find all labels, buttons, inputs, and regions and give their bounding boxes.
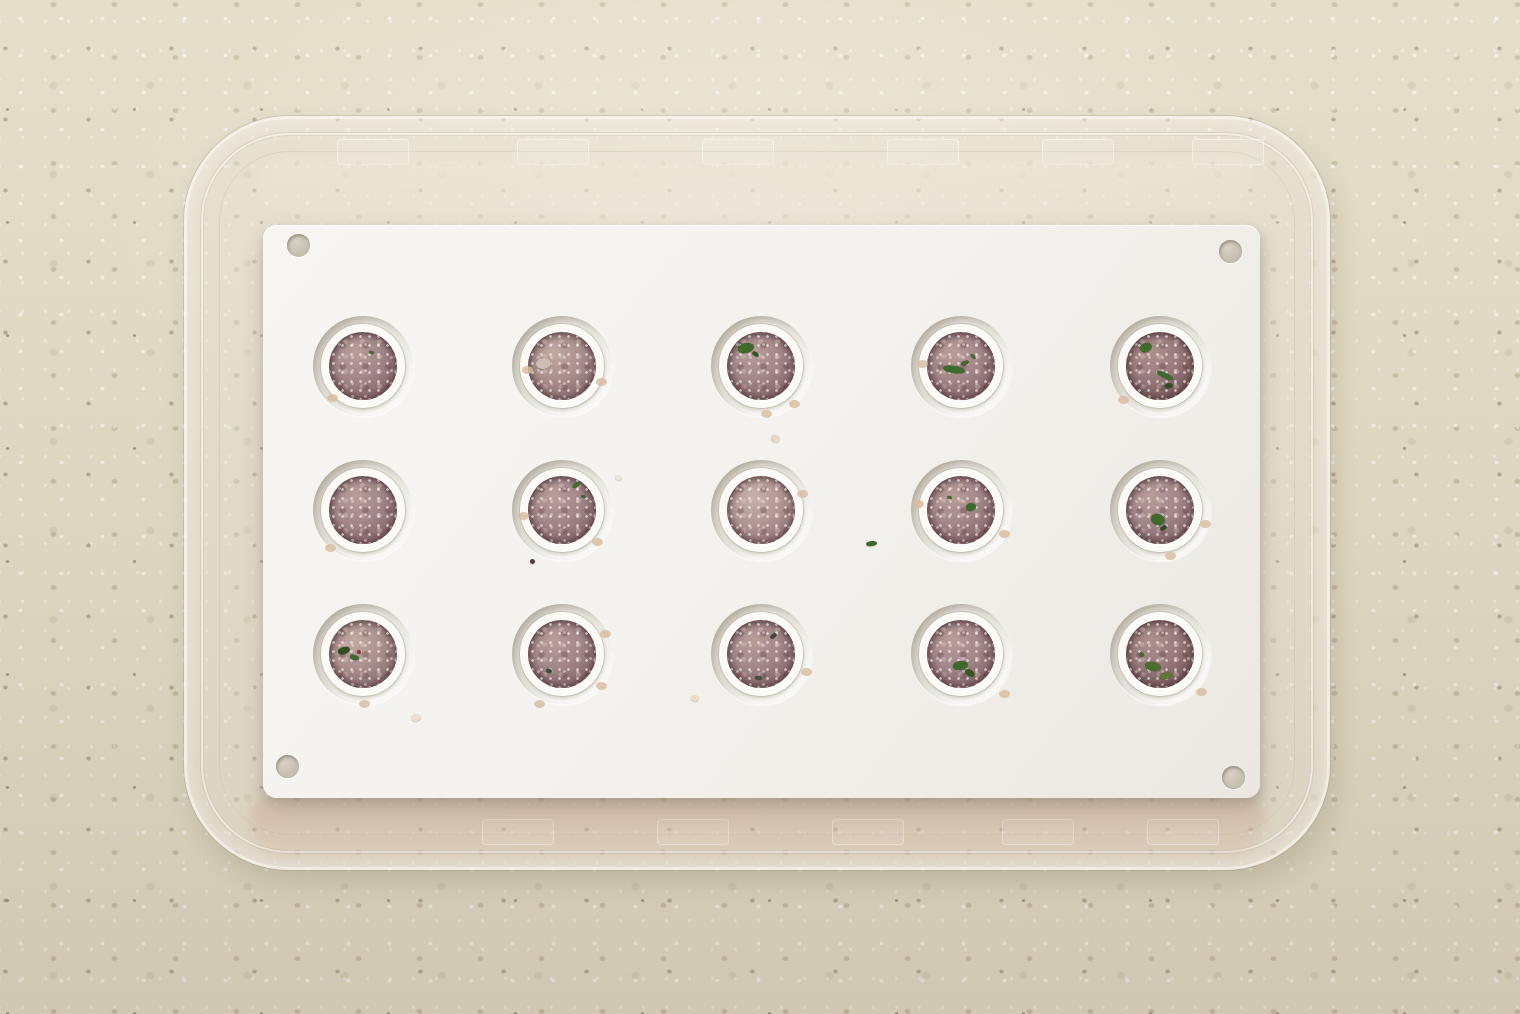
container-glare xyxy=(257,157,1257,219)
herb-fleck xyxy=(350,654,360,661)
cavity-rim-ring xyxy=(719,468,803,552)
silicone-mold-tray xyxy=(263,225,1260,798)
herb-fleck xyxy=(970,354,977,361)
cavity-rim-ring xyxy=(919,468,1003,552)
juice-smear xyxy=(913,500,924,508)
herb-fleck xyxy=(755,675,763,680)
mold-cavity-r3c2 xyxy=(462,582,661,726)
juice-smear xyxy=(359,700,370,708)
photo-stage xyxy=(0,0,1520,1014)
juice-smear xyxy=(999,690,1010,698)
herb-fleck xyxy=(535,357,552,370)
mold-cavity-r3c5 xyxy=(1061,582,1260,726)
juice-smear xyxy=(327,394,338,402)
mold-corner-hole-bottom-right xyxy=(1222,766,1245,789)
juice-smear xyxy=(999,530,1010,538)
cavity-recess xyxy=(512,604,612,704)
mold-corner-hole-top-left xyxy=(287,234,310,257)
herb-fleck xyxy=(1164,383,1173,390)
mold-cavity-r1c3 xyxy=(662,294,861,438)
cavity-recess xyxy=(911,604,1011,704)
mold-cavity-r1c2 xyxy=(462,294,661,438)
cavity-rim-ring xyxy=(919,324,1003,408)
cavity-recess xyxy=(711,316,811,416)
juice-smear xyxy=(534,700,545,708)
herb-fleck xyxy=(769,632,777,639)
mold-cavity-r2c4 xyxy=(861,438,1060,582)
herb-fleck xyxy=(1160,671,1173,680)
meat-portion xyxy=(727,620,795,688)
cavity-recess xyxy=(1110,604,1210,704)
cavity-recess xyxy=(512,460,612,560)
cavity-rim-ring xyxy=(1118,324,1202,408)
juice-smear xyxy=(596,378,607,386)
mold-corner-hole-top-right xyxy=(1219,240,1242,263)
mold-cavity-r3c4 xyxy=(861,582,1060,726)
juice-smear xyxy=(600,630,611,638)
juice-smear xyxy=(797,490,808,498)
meat-portion xyxy=(1126,620,1194,688)
meat-portion xyxy=(727,332,795,400)
cavity-recess xyxy=(711,460,811,560)
juice-smear xyxy=(917,360,928,368)
meat-portion xyxy=(528,476,596,544)
meat-portion xyxy=(329,620,397,688)
cavity-recess xyxy=(313,460,413,560)
mold-cavity-r3c1 xyxy=(263,582,462,726)
herb-fleck xyxy=(751,351,759,358)
mold-cavity-r1c1 xyxy=(263,294,462,438)
herb-fleck xyxy=(1160,525,1168,532)
meat-portion xyxy=(927,620,995,688)
herb-fleck xyxy=(357,650,361,654)
cavity-grid xyxy=(263,294,1260,726)
cavity-rim-ring xyxy=(1118,468,1202,552)
juice-smear xyxy=(789,400,800,408)
herb-fleck xyxy=(571,481,581,489)
cavity-recess xyxy=(1110,460,1210,560)
cavity-recess xyxy=(313,604,413,704)
juice-smear xyxy=(801,668,812,676)
herb-fleck xyxy=(965,502,977,513)
juice-smear xyxy=(325,544,336,552)
mold-cavity-r2c1 xyxy=(263,438,462,582)
herb-fleck xyxy=(943,365,966,375)
mold-cavity-r1c4 xyxy=(861,294,1060,438)
herb-fleck xyxy=(369,350,374,355)
cavity-recess xyxy=(911,460,1011,560)
juice-smear xyxy=(761,410,772,418)
meat-portion xyxy=(927,332,995,400)
herb-fleck xyxy=(1138,340,1153,354)
juice-smear xyxy=(592,538,603,546)
meat-portion xyxy=(329,476,397,544)
juice-smear xyxy=(1165,552,1176,560)
cavity-recess xyxy=(313,316,413,416)
herb-fleck xyxy=(964,668,976,678)
cavity-rim-ring xyxy=(520,324,604,408)
juice-smear xyxy=(1118,396,1129,404)
meat-portion xyxy=(528,620,596,688)
cavity-rim-ring xyxy=(321,468,405,552)
herb-fleck xyxy=(545,668,552,674)
surface-crumb xyxy=(615,475,622,480)
meat-portion xyxy=(528,332,596,400)
cavity-recess xyxy=(512,316,612,416)
cavity-rim-ring xyxy=(520,612,604,696)
mold-cavity-r3c3 xyxy=(662,582,861,726)
herb-fleck xyxy=(581,495,586,499)
meat-portion xyxy=(727,476,795,544)
meat-portion xyxy=(329,332,397,400)
cavity-rim-ring xyxy=(321,612,405,696)
cavity-rim-ring xyxy=(719,324,803,408)
herb-fleck xyxy=(960,359,969,366)
mold-cavity-r1c5 xyxy=(1061,294,1260,438)
herb-fleck xyxy=(1156,369,1174,381)
cavity-recess xyxy=(1110,316,1210,416)
meat-portion xyxy=(927,476,995,544)
juice-smear xyxy=(1196,688,1207,696)
meat-portion xyxy=(1126,476,1194,544)
herb-fleck xyxy=(337,645,351,656)
mold-cavity-r2c3 xyxy=(662,438,861,582)
juice-smear xyxy=(1200,520,1211,528)
mold-cavity-r2c5 xyxy=(1061,438,1260,582)
meat-portion xyxy=(1126,332,1194,400)
mold-corner-hole-bottom-left xyxy=(276,755,299,778)
cavity-rim-ring xyxy=(1118,612,1202,696)
herb-fleck xyxy=(1145,661,1163,673)
cavity-recess xyxy=(911,316,1011,416)
mold-cavity-r2c2 xyxy=(462,438,661,582)
juice-smear xyxy=(596,682,607,690)
herb-fleck xyxy=(1138,651,1144,658)
cavity-rim-ring xyxy=(919,612,1003,696)
cavity-rim-ring xyxy=(719,612,803,696)
plastic-container-lid xyxy=(184,116,1330,870)
surface-crumb xyxy=(530,559,535,564)
cavity-recess xyxy=(711,604,811,704)
herb-fleck xyxy=(947,496,952,500)
